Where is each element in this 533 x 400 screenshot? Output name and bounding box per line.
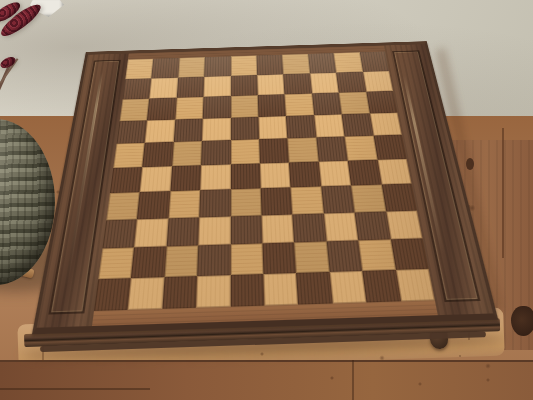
photo-of-draughts-board: [0, 0, 533, 400]
plank-seam: [352, 360, 354, 400]
board-square[interactable]: [230, 243, 263, 274]
board-square[interactable]: [314, 114, 345, 137]
board-square[interactable]: [202, 117, 231, 141]
board-square[interactable]: [230, 215, 262, 244]
board-square[interactable]: [324, 212, 359, 241]
plank-seam: [0, 388, 150, 390]
board-square[interactable]: [312, 93, 342, 115]
board-square[interactable]: [178, 57, 205, 77]
board-square[interactable]: [282, 54, 310, 74]
board-square[interactable]: [310, 72, 339, 93]
board-square[interactable]: [230, 274, 264, 307]
board-square[interactable]: [152, 58, 180, 78]
board-square[interactable]: [198, 216, 230, 245]
board-square[interactable]: [257, 74, 285, 95]
board-square[interactable]: [373, 135, 406, 160]
board-square[interactable]: [296, 271, 332, 304]
board-square[interactable]: [377, 158, 411, 184]
board-square[interactable]: [359, 51, 389, 71]
board-square[interactable]: [231, 117, 260, 140]
board-square[interactable]: [262, 242, 296, 273]
board-square[interactable]: [342, 113, 374, 136]
board-square[interactable]: [120, 99, 150, 121]
board-square[interactable]: [293, 213, 327, 242]
board-square[interactable]: [261, 187, 293, 215]
board-square[interactable]: [395, 268, 434, 301]
board-square[interactable]: [289, 161, 321, 187]
board-square[interactable]: [203, 96, 231, 118]
board-square[interactable]: [231, 75, 258, 96]
board-square[interactable]: [288, 137, 319, 162]
board-square[interactable]: [231, 163, 261, 189]
board-square[interactable]: [390, 238, 428, 269]
board-square[interactable]: [145, 119, 175, 143]
board-square[interactable]: [291, 186, 324, 214]
board-square[interactable]: [381, 184, 416, 212]
board-square[interactable]: [345, 136, 377, 161]
board-square[interactable]: [168, 190, 200, 218]
board-square[interactable]: [197, 244, 230, 275]
board-square[interactable]: [200, 164, 230, 190]
board-square[interactable]: [143, 142, 174, 167]
board-square[interactable]: [94, 278, 131, 311]
plank-seam: [502, 128, 504, 258]
board-square[interactable]: [362, 269, 400, 302]
board-square[interactable]: [334, 52, 363, 72]
board-square[interactable]: [366, 91, 397, 113]
board-square[interactable]: [231, 95, 259, 117]
board-grid: [94, 51, 435, 311]
board-square[interactable]: [140, 166, 172, 192]
board-square[interactable]: [258, 116, 287, 139]
board-square[interactable]: [204, 76, 231, 97]
board-square[interactable]: [125, 59, 153, 79]
board-square[interactable]: [355, 211, 391, 240]
board-square[interactable]: [370, 112, 402, 135]
board-square[interactable]: [363, 71, 393, 92]
board-square[interactable]: [260, 162, 291, 188]
board-square[interactable]: [329, 270, 366, 303]
board-square[interactable]: [316, 136, 348, 161]
board-square[interactable]: [294, 241, 329, 272]
board-square[interactable]: [259, 138, 289, 163]
board-square[interactable]: [286, 115, 316, 138]
board-square[interactable]: [319, 160, 352, 186]
board-square[interactable]: [150, 77, 178, 98]
board-square[interactable]: [131, 246, 166, 277]
board-square[interactable]: [231, 139, 260, 164]
board-square[interactable]: [257, 55, 284, 75]
board-square[interactable]: [336, 71, 366, 92]
board-square[interactable]: [174, 118, 203, 142]
board-square[interactable]: [117, 120, 148, 144]
board-square[interactable]: [231, 55, 257, 75]
board-square[interactable]: [326, 240, 362, 271]
board-square[interactable]: [258, 94, 286, 116]
board-square[interactable]: [98, 247, 134, 278]
board-square[interactable]: [358, 239, 395, 270]
board-square[interactable]: [162, 276, 197, 309]
board-square[interactable]: [175, 97, 204, 119]
board-square[interactable]: [351, 184, 386, 212]
draughts-board[interactable]: [32, 41, 498, 334]
board-square[interactable]: [284, 73, 312, 94]
board-square[interactable]: [204, 56, 230, 76]
board-square[interactable]: [137, 191, 170, 219]
board-square[interactable]: [110, 167, 143, 193]
board-square[interactable]: [134, 218, 168, 247]
board-square[interactable]: [308, 53, 336, 73]
floor-dark-plank: [0, 360, 533, 400]
board-square[interactable]: [348, 159, 381, 185]
board-square[interactable]: [196, 275, 230, 308]
board-square[interactable]: [262, 214, 295, 243]
board-square[interactable]: [106, 192, 140, 220]
board-square[interactable]: [164, 245, 198, 276]
board-square[interactable]: [321, 185, 355, 213]
board-square[interactable]: [147, 98, 176, 120]
board-square[interactable]: [113, 143, 145, 168]
board-square[interactable]: [386, 210, 423, 239]
board-square[interactable]: [199, 189, 230, 217]
board-square[interactable]: [172, 141, 202, 166]
board-square[interactable]: [166, 217, 199, 246]
board-square[interactable]: [231, 188, 262, 216]
board-square[interactable]: [170, 165, 201, 191]
board-square[interactable]: [177, 76, 205, 97]
board-square[interactable]: [339, 92, 370, 114]
board-square[interactable]: [102, 219, 137, 248]
board-square[interactable]: [285, 93, 314, 115]
floor-knot: [511, 306, 533, 336]
board-square[interactable]: [123, 78, 152, 99]
board-square[interactable]: [128, 277, 164, 310]
board-square[interactable]: [201, 140, 230, 165]
board-square[interactable]: [263, 272, 298, 305]
